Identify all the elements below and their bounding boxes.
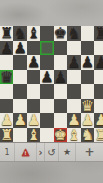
square-g8[interactable] xyxy=(81,26,94,41)
square-g5[interactable] xyxy=(81,70,94,85)
piece-bP-d5: ♟ xyxy=(40,70,53,84)
piece-bK-e8: ♚ xyxy=(54,26,67,40)
piece-bN-f8: ♞ xyxy=(67,26,80,40)
square-h8[interactable]: ♜ xyxy=(94,26,103,41)
favorite-button[interactable]: ★ xyxy=(59,143,76,161)
square-h4[interactable] xyxy=(94,84,103,99)
square-d4[interactable] xyxy=(40,84,53,99)
square-h6[interactable]: ♟ xyxy=(94,55,103,70)
square-a3[interactable] xyxy=(0,99,13,114)
square-d5[interactable]: ♟ xyxy=(40,70,53,85)
square-b6[interactable] xyxy=(13,55,26,70)
warning-exclamation: ! xyxy=(24,150,26,155)
square-g7[interactable] xyxy=(81,41,94,56)
piece-wP-g2: ♟ xyxy=(81,113,94,127)
piece-wP-b2: ♟ xyxy=(13,113,26,127)
piece-wP-h2: ♟ xyxy=(94,113,103,127)
square-e1[interactable]: ♚ xyxy=(54,128,67,143)
warning-button[interactable]: ▲ ! xyxy=(15,143,37,161)
app-screen: ♜♞♝♚♞♜♟♟♟♟♟♟♛♟♟♛♟♟♟♟♟♟♜♝♚♝♞♜ 1 ▲ ! › ↺ ★… xyxy=(0,0,103,183)
square-d3[interactable] xyxy=(40,99,53,114)
piece-bR-a8: ♜ xyxy=(0,26,13,40)
square-g2[interactable]: ♟ xyxy=(81,113,94,128)
square-h1[interactable]: ♜ xyxy=(94,128,103,143)
piece-wK-e1: ♚ xyxy=(54,128,67,142)
square-c7[interactable] xyxy=(27,41,40,56)
piece-bR-h8: ♜ xyxy=(94,26,103,40)
square-h5[interactable] xyxy=(94,70,103,85)
piece-bP-g6: ♟ xyxy=(81,55,94,69)
piece-wR-h1: ♜ xyxy=(94,128,103,142)
piece-bP-h6: ♟ xyxy=(94,55,103,69)
square-f5[interactable] xyxy=(67,70,80,85)
piece-bN-b8: ♞ xyxy=(13,26,26,40)
undo-icon: ↺ xyxy=(47,147,55,158)
square-a6[interactable] xyxy=(0,55,13,70)
square-b5[interactable] xyxy=(13,70,26,85)
square-d6[interactable] xyxy=(40,55,53,70)
piece-bP-e5: ♟ xyxy=(54,70,67,84)
square-g4[interactable] xyxy=(81,84,94,99)
square-c5[interactable] xyxy=(27,70,40,85)
square-d7[interactable] xyxy=(40,41,53,56)
square-f7[interactable] xyxy=(67,41,80,56)
chess-board: ♜♞♝♚♞♜♟♟♟♟♟♟♛♟♟♛♟♟♟♟♟♟♜♝♚♝♞♜ xyxy=(0,26,103,142)
square-f3[interactable] xyxy=(67,99,80,114)
square-c2[interactable]: ♟ xyxy=(27,113,40,128)
square-a8[interactable]: ♜ xyxy=(0,26,13,41)
next-move-button[interactable]: › xyxy=(37,143,45,161)
square-a2[interactable]: ♟ xyxy=(0,113,13,128)
piece-bP-b7: ♟ xyxy=(13,41,26,55)
piece-wN-g1: ♞ xyxy=(81,128,94,142)
plus-icon: + xyxy=(84,145,94,159)
square-c4[interactable] xyxy=(27,84,40,99)
square-c1[interactable]: ♝ xyxy=(27,128,40,143)
square-c8[interactable]: ♝ xyxy=(27,26,40,41)
square-b8[interactable]: ♞ xyxy=(13,26,26,41)
piece-bB-c8: ♝ xyxy=(27,26,40,40)
square-d1[interactable] xyxy=(40,128,53,143)
square-g3[interactable]: ♛ xyxy=(81,99,94,114)
square-f1[interactable]: ♝ xyxy=(67,128,80,143)
piece-wB-c1: ♝ xyxy=(27,128,40,142)
toolbar: 1 ▲ ! › ↺ ★ + xyxy=(0,142,103,162)
piece-wQ-g3: ♛ xyxy=(81,99,94,113)
square-f6[interactable]: ♟ xyxy=(67,55,80,70)
square-a5[interactable]: ♛ xyxy=(0,70,13,85)
piece-bP-f6: ♟ xyxy=(67,55,80,69)
piece-bP-c6: ♟ xyxy=(27,55,40,69)
square-e2[interactable] xyxy=(54,113,67,128)
piece-bP-a7: ♟ xyxy=(0,41,13,55)
square-c6[interactable]: ♟ xyxy=(27,55,40,70)
square-d2[interactable] xyxy=(40,113,53,128)
square-f8[interactable]: ♞ xyxy=(67,26,80,41)
piece-wP-a2: ♟ xyxy=(0,113,13,127)
square-e7[interactable] xyxy=(54,41,67,56)
square-g1[interactable]: ♞ xyxy=(81,128,94,143)
square-b3[interactable] xyxy=(13,99,26,114)
square-b7[interactable]: ♟ xyxy=(13,41,26,56)
square-f4[interactable] xyxy=(67,84,80,99)
chevron-right-icon: › xyxy=(38,147,42,158)
undo-button[interactable]: ↺ xyxy=(45,143,59,161)
square-a4[interactable] xyxy=(0,84,13,99)
square-b4[interactable] xyxy=(13,84,26,99)
piece-wB-f1: ♝ xyxy=(67,128,80,142)
square-c3[interactable] xyxy=(27,99,40,114)
square-g6[interactable]: ♟ xyxy=(81,55,94,70)
square-e6[interactable] xyxy=(54,55,67,70)
square-b1[interactable] xyxy=(13,128,26,143)
square-e4[interactable] xyxy=(54,84,67,99)
square-e5[interactable]: ♟ xyxy=(54,70,67,85)
move-number: 1 xyxy=(0,143,15,161)
star-icon: ★ xyxy=(63,147,71,157)
square-h7[interactable] xyxy=(94,41,103,56)
square-h2[interactable]: ♟ xyxy=(94,113,103,128)
piece-wP-c2: ♟ xyxy=(27,113,40,127)
piece-bQ-a5: ♛ xyxy=(0,70,13,84)
square-e3[interactable] xyxy=(54,99,67,114)
square-h3[interactable] xyxy=(94,99,103,114)
square-f2[interactable]: ♟ xyxy=(67,113,80,128)
square-b2[interactable]: ♟ xyxy=(13,113,26,128)
square-a7[interactable]: ♟ xyxy=(0,41,13,56)
add-button[interactable]: + xyxy=(76,143,103,161)
piece-wP-f2: ♟ xyxy=(67,113,80,127)
square-d8[interactable] xyxy=(40,26,53,41)
square-a1[interactable]: ♜ xyxy=(0,128,13,143)
square-e8[interactable]: ♚ xyxy=(54,26,67,41)
piece-wR-a1: ♜ xyxy=(0,128,13,142)
